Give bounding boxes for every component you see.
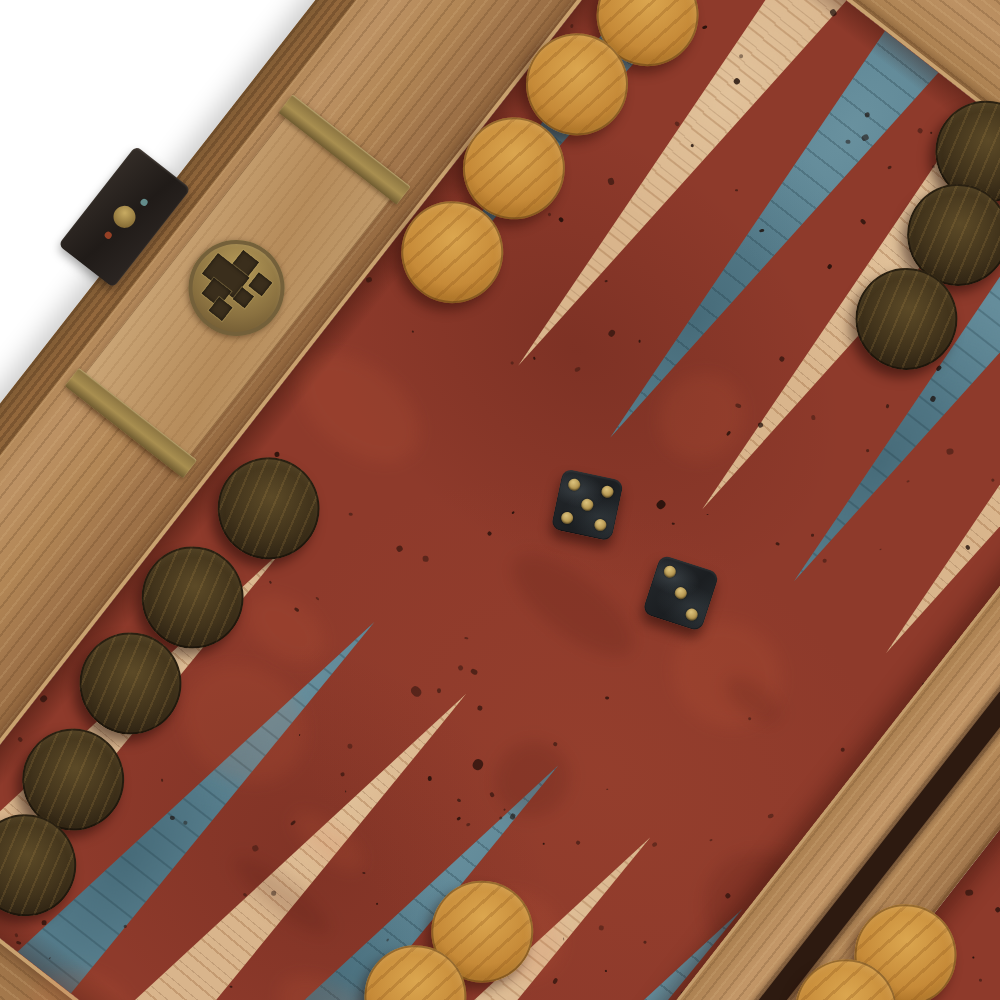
clasp-glint [103, 230, 113, 240]
clasp-glint [139, 197, 149, 207]
die-pip [673, 586, 688, 601]
die-pip [580, 498, 594, 512]
die-pip [594, 518, 608, 532]
backgammon-photo-scene [0, 0, 1000, 1000]
die-1-showing-5[interactable] [551, 468, 625, 542]
die-pip [684, 607, 699, 622]
clasp-knob [109, 201, 140, 232]
die-pip [662, 564, 677, 579]
die-pip [560, 511, 574, 525]
brand-medallion-icon [169, 221, 304, 356]
emblem-pattern-cell [248, 272, 272, 296]
die-pip [567, 477, 581, 491]
die-pip [601, 484, 615, 498]
